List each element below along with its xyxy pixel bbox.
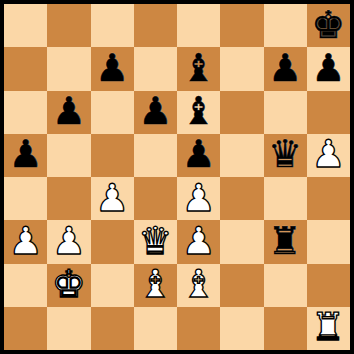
square-f7[interactable] (220, 47, 263, 90)
piece-white-bishop[interactable]: ♝ (138, 265, 172, 303)
piece-white-pawn[interactable]: ♟ (9, 222, 43, 260)
square-h5[interactable]: ♟ (307, 134, 350, 177)
square-f1[interactable] (220, 307, 263, 350)
square-f6[interactable] (220, 91, 263, 134)
square-e3[interactable]: ♟ (177, 220, 220, 263)
square-a5[interactable]: ♟ (4, 134, 47, 177)
square-d4[interactable] (134, 177, 177, 220)
square-b2[interactable]: ♚ (47, 264, 90, 307)
piece-black-pawn[interactable]: ♟ (9, 135, 43, 173)
square-f3[interactable] (220, 220, 263, 263)
square-d1[interactable] (134, 307, 177, 350)
square-g8[interactable] (264, 4, 307, 47)
piece-black-pawn[interactable]: ♟ (182, 135, 216, 173)
piece-black-pawn[interactable]: ♟ (311, 49, 345, 87)
square-c5[interactable] (91, 134, 134, 177)
square-f2[interactable] (220, 264, 263, 307)
piece-black-pawn[interactable]: ♟ (268, 49, 302, 87)
square-c8[interactable] (91, 4, 134, 47)
square-c4[interactable]: ♟ (91, 177, 134, 220)
piece-black-queen[interactable]: ♛ (268, 135, 302, 173)
piece-white-pawn[interactable]: ♟ (182, 222, 216, 260)
piece-white-pawn[interactable]: ♟ (52, 222, 86, 260)
square-a7[interactable] (4, 47, 47, 90)
piece-black-king[interactable]: ♚ (311, 6, 345, 44)
piece-black-rook[interactable]: ♜ (268, 222, 302, 260)
square-e7[interactable]: ♝ (177, 47, 220, 90)
square-e8[interactable] (177, 4, 220, 47)
square-g4[interactable] (264, 177, 307, 220)
square-a8[interactable] (4, 4, 47, 47)
square-h3[interactable] (307, 220, 350, 263)
square-a2[interactable] (4, 264, 47, 307)
piece-white-pawn[interactable]: ♟ (95, 179, 129, 217)
square-h4[interactable] (307, 177, 350, 220)
square-e6[interactable]: ♝ (177, 91, 220, 134)
square-c3[interactable] (91, 220, 134, 263)
square-a4[interactable] (4, 177, 47, 220)
square-d3[interactable]: ♛ (134, 220, 177, 263)
square-e2[interactable]: ♝ (177, 264, 220, 307)
piece-white-bishop[interactable]: ♝ (182, 265, 216, 303)
piece-black-pawn[interactable]: ♟ (138, 92, 172, 130)
square-c7[interactable]: ♟ (91, 47, 134, 90)
piece-white-pawn[interactable]: ♟ (182, 179, 216, 217)
chess-board-frame: ♚♟♝♟♟♟♟♝♟♟♛♟♟♟♟♟♛♟♜♚♝♝♜ (0, 0, 354, 354)
square-h7[interactable]: ♟ (307, 47, 350, 90)
square-h8[interactable]: ♚ (307, 4, 350, 47)
chess-board: ♚♟♝♟♟♟♟♝♟♟♛♟♟♟♟♟♛♟♜♚♝♝♜ (0, 0, 354, 354)
square-d2[interactable]: ♝ (134, 264, 177, 307)
square-g1[interactable] (264, 307, 307, 350)
square-b8[interactable] (47, 4, 90, 47)
square-e1[interactable] (177, 307, 220, 350)
square-a3[interactable]: ♟ (4, 220, 47, 263)
square-b3[interactable]: ♟ (47, 220, 90, 263)
square-f8[interactable] (220, 4, 263, 47)
square-c6[interactable] (91, 91, 134, 134)
square-a6[interactable] (4, 91, 47, 134)
square-b1[interactable] (47, 307, 90, 350)
square-h1[interactable]: ♜ (307, 307, 350, 350)
square-b6[interactable]: ♟ (47, 91, 90, 134)
square-d5[interactable] (134, 134, 177, 177)
square-g5[interactable]: ♛ (264, 134, 307, 177)
square-e4[interactable]: ♟ (177, 177, 220, 220)
square-d6[interactable]: ♟ (134, 91, 177, 134)
piece-white-pawn[interactable]: ♟ (311, 135, 345, 173)
square-c1[interactable] (91, 307, 134, 350)
square-h2[interactable] (307, 264, 350, 307)
piece-black-bishop[interactable]: ♝ (182, 92, 216, 130)
square-h6[interactable] (307, 91, 350, 134)
piece-black-pawn[interactable]: ♟ (52, 92, 86, 130)
square-f5[interactable] (220, 134, 263, 177)
square-b7[interactable] (47, 47, 90, 90)
square-b4[interactable] (47, 177, 90, 220)
piece-white-queen[interactable]: ♛ (138, 222, 172, 260)
square-c2[interactable] (91, 264, 134, 307)
square-b5[interactable] (47, 134, 90, 177)
square-g2[interactable] (264, 264, 307, 307)
piece-white-king[interactable]: ♚ (52, 265, 86, 303)
piece-black-bishop[interactable]: ♝ (182, 49, 216, 87)
square-g3[interactable]: ♜ (264, 220, 307, 263)
square-g7[interactable]: ♟ (264, 47, 307, 90)
square-d8[interactable] (134, 4, 177, 47)
piece-white-rook[interactable]: ♜ (311, 308, 345, 346)
square-a1[interactable] (4, 307, 47, 350)
square-e5[interactable]: ♟ (177, 134, 220, 177)
square-d7[interactable] (134, 47, 177, 90)
square-f4[interactable] (220, 177, 263, 220)
piece-black-pawn[interactable]: ♟ (95, 49, 129, 87)
square-g6[interactable] (264, 91, 307, 134)
